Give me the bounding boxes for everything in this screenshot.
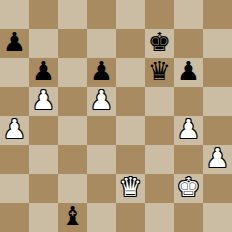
chessboard: ♟♚♟♟♛♟♟♟♟♟♟♛♚♝: [0, 0, 232, 232]
square-a6[interactable]: [0, 58, 29, 87]
square-c4[interactable]: [58, 116, 87, 145]
square-a1[interactable]: [0, 203, 29, 232]
piece-white-pawn[interactable]: ♟: [32, 87, 55, 115]
square-f4[interactable]: [145, 116, 174, 145]
square-d5[interactable]: ♟: [87, 87, 116, 116]
square-a7[interactable]: ♟: [0, 29, 29, 58]
square-f2[interactable]: [145, 174, 174, 203]
square-d2[interactable]: [87, 174, 116, 203]
square-b5[interactable]: ♟: [29, 87, 58, 116]
square-b3[interactable]: [29, 145, 58, 174]
square-c8[interactable]: [58, 0, 87, 29]
square-d8[interactable]: [87, 0, 116, 29]
square-b7[interactable]: [29, 29, 58, 58]
square-d1[interactable]: [87, 203, 116, 232]
square-h7[interactable]: [203, 29, 232, 58]
square-e4[interactable]: [116, 116, 145, 145]
square-a2[interactable]: [0, 174, 29, 203]
square-g2[interactable]: ♚: [174, 174, 203, 203]
piece-black-bishop[interactable]: ♝: [61, 203, 84, 231]
square-e3[interactable]: [116, 145, 145, 174]
square-h4[interactable]: [203, 116, 232, 145]
square-b8[interactable]: [29, 0, 58, 29]
square-a5[interactable]: [0, 87, 29, 116]
square-h1[interactable]: [203, 203, 232, 232]
square-e8[interactable]: [116, 0, 145, 29]
square-e6[interactable]: [116, 58, 145, 87]
square-a3[interactable]: [0, 145, 29, 174]
square-e7[interactable]: [116, 29, 145, 58]
piece-black-king[interactable]: ♚: [148, 29, 171, 57]
square-g5[interactable]: [174, 87, 203, 116]
piece-black-pawn[interactable]: ♟: [90, 58, 113, 86]
square-h6[interactable]: [203, 58, 232, 87]
piece-black-pawn[interactable]: ♟: [3, 29, 26, 57]
square-g7[interactable]: [174, 29, 203, 58]
square-c6[interactable]: [58, 58, 87, 87]
square-e5[interactable]: [116, 87, 145, 116]
square-g6[interactable]: ♟: [174, 58, 203, 87]
square-a8[interactable]: [0, 0, 29, 29]
square-g1[interactable]: [174, 203, 203, 232]
square-b1[interactable]: [29, 203, 58, 232]
square-f3[interactable]: [145, 145, 174, 174]
square-f8[interactable]: [145, 0, 174, 29]
piece-white-queen[interactable]: ♛: [119, 174, 142, 202]
piece-black-pawn[interactable]: ♟: [177, 58, 200, 86]
square-g8[interactable]: [174, 0, 203, 29]
square-b2[interactable]: [29, 174, 58, 203]
piece-white-pawn[interactable]: ♟: [206, 145, 229, 173]
square-e2[interactable]: ♛: [116, 174, 145, 203]
square-c3[interactable]: [58, 145, 87, 174]
square-c1[interactable]: ♝: [58, 203, 87, 232]
square-g4[interactable]: ♟: [174, 116, 203, 145]
square-d6[interactable]: ♟: [87, 58, 116, 87]
square-c5[interactable]: [58, 87, 87, 116]
piece-black-pawn[interactable]: ♟: [32, 58, 55, 86]
square-f7[interactable]: ♚: [145, 29, 174, 58]
square-c2[interactable]: [58, 174, 87, 203]
square-d3[interactable]: [87, 145, 116, 174]
square-d4[interactable]: [87, 116, 116, 145]
square-g3[interactable]: [174, 145, 203, 174]
square-h2[interactable]: [203, 174, 232, 203]
square-h5[interactable]: [203, 87, 232, 116]
square-f6[interactable]: ♛: [145, 58, 174, 87]
piece-white-pawn[interactable]: ♟: [3, 116, 26, 144]
square-c7[interactable]: [58, 29, 87, 58]
piece-white-pawn[interactable]: ♟: [177, 116, 200, 144]
square-f5[interactable]: [145, 87, 174, 116]
square-b6[interactable]: ♟: [29, 58, 58, 87]
square-h3[interactable]: ♟: [203, 145, 232, 174]
square-e1[interactable]: [116, 203, 145, 232]
piece-black-queen[interactable]: ♛: [148, 58, 171, 86]
piece-white-king[interactable]: ♚: [177, 174, 200, 202]
piece-white-pawn[interactable]: ♟: [90, 87, 113, 115]
square-d7[interactable]: [87, 29, 116, 58]
square-f1[interactable]: [145, 203, 174, 232]
square-a4[interactable]: ♟: [0, 116, 29, 145]
square-h8[interactable]: [203, 0, 232, 29]
square-b4[interactable]: [29, 116, 58, 145]
